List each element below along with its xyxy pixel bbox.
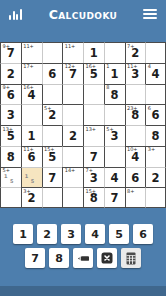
cell-r8c7[interactable]: 8+ bbox=[125, 187, 146, 208]
cell-r3c5[interactable] bbox=[83, 84, 104, 105]
pencil-icon bbox=[77, 252, 90, 265]
cage-clue: 13+ bbox=[86, 127, 97, 132]
cell-value: 7 bbox=[7, 48, 15, 60]
keypad-grid-icon bbox=[125, 252, 137, 265]
pencil-note: 5 bbox=[10, 179, 13, 184]
cell-value: 3 bbox=[131, 69, 139, 81]
cell-value: 5 bbox=[90, 69, 98, 81]
cell-r4c3[interactable]: 5+2 bbox=[42, 104, 63, 125]
cell-r2c3[interactable]: 6 bbox=[42, 63, 63, 84]
cell-value: 1 bbox=[111, 69, 119, 81]
cell-r5c8[interactable]: 8 bbox=[145, 125, 166, 146]
cell-r5c3[interactable] bbox=[42, 125, 63, 146]
cage-clue: 17+ bbox=[23, 64, 34, 69]
cell-r3c4[interactable] bbox=[62, 84, 83, 105]
cage-clue: 4 bbox=[148, 64, 151, 69]
cell-r2c2[interactable]: 17+ bbox=[21, 63, 42, 84]
cell-r7c6[interactable]: 4 bbox=[104, 167, 125, 188]
cell-value: 8 bbox=[111, 90, 119, 102]
numpad-button-1[interactable]: 1 bbox=[13, 224, 33, 244]
cell-value: 8 bbox=[131, 110, 139, 122]
cell-value: 2 bbox=[152, 173, 160, 185]
cell-r1c3[interactable] bbox=[42, 42, 63, 63]
numpad: 1 2 3 4 5 6 7 8 bbox=[0, 224, 166, 268]
cage-clue: 10+ bbox=[127, 147, 138, 152]
cell-r5c2[interactable]: 1 bbox=[21, 125, 42, 146]
numpad-button-7[interactable]: 7 bbox=[25, 248, 45, 268]
cell-value: 8 bbox=[7, 152, 15, 164]
cage-clue: 12+ bbox=[65, 64, 76, 69]
cage-clue: 11+ bbox=[65, 44, 76, 49]
cell-value: 4 bbox=[28, 90, 36, 102]
cell-r6c8[interactable]: 3+ bbox=[145, 146, 166, 167]
pencil-note: 1 bbox=[25, 174, 28, 179]
cell-r4c7[interactable]: 23+8 bbox=[125, 104, 146, 125]
cell-value: 8 bbox=[90, 193, 98, 205]
bottom-bar bbox=[0, 286, 166, 296]
cage-clue: 3+ bbox=[23, 189, 30, 194]
pencil-note: 5 bbox=[31, 179, 34, 184]
cage-clue: 16+ bbox=[86, 64, 97, 69]
cell-r7c4[interactable]: 14+ bbox=[62, 167, 83, 188]
cell-value: 7 bbox=[111, 193, 119, 205]
cell-r7c8[interactable]: 2 bbox=[145, 167, 166, 188]
cell-r2c1[interactable]: 2 bbox=[0, 63, 21, 84]
header: Calcudoku bbox=[0, 0, 166, 28]
cell-r6c5[interactable]: 7 bbox=[83, 146, 104, 167]
cell-r4c2[interactable] bbox=[21, 104, 42, 125]
cell-r7c7[interactable]: 6 bbox=[125, 167, 146, 188]
cell-r8c1[interactable] bbox=[0, 187, 21, 208]
cell-r6c4[interactable] bbox=[62, 146, 83, 167]
cage-clue: 11+ bbox=[23, 147, 34, 152]
cell-value: 3 bbox=[7, 110, 15, 122]
cell-value: 1 bbox=[90, 48, 98, 60]
cell-value: 8 bbox=[152, 131, 160, 143]
cell-r1c8[interactable] bbox=[145, 42, 166, 63]
cage-clue: 5+ bbox=[106, 127, 113, 132]
numpad-button-5[interactable]: 5 bbox=[109, 224, 129, 244]
cell-r7c1[interactable]: 5+15 bbox=[0, 167, 21, 188]
cell-value: 7 bbox=[69, 69, 77, 81]
cell-r5c5[interactable]: 13+ bbox=[83, 125, 104, 146]
numpad-button-3[interactable]: 3 bbox=[61, 224, 81, 244]
cell-r1c7[interactable]: 7+2 bbox=[125, 42, 146, 63]
cell-r8c8[interactable] bbox=[145, 187, 166, 208]
cell-value: 2 bbox=[28, 193, 36, 205]
cell-value: 6 bbox=[152, 110, 160, 122]
cell-r5c6[interactable]: 5+3 bbox=[104, 125, 125, 146]
cell-r8c4[interactable] bbox=[62, 187, 83, 208]
cell-r1c4[interactable]: 11+ bbox=[62, 42, 83, 63]
cell-r7c5[interactable]: 7+3 bbox=[83, 167, 104, 188]
cage-clue: 7+ bbox=[86, 168, 93, 173]
cell-r4c1[interactable]: 3 bbox=[0, 104, 21, 125]
cell-value: 6 bbox=[131, 173, 139, 185]
cell-r4c4[interactable] bbox=[62, 104, 83, 125]
cell-r2c4[interactable]: 12+7 bbox=[62, 63, 83, 84]
cell-value: 4 bbox=[131, 152, 139, 164]
numpad-row-2: 7 8 bbox=[25, 248, 141, 268]
cell-value: 3 bbox=[111, 131, 119, 143]
cell-r3c8[interactable] bbox=[145, 84, 166, 105]
keypad-toggle-button[interactable] bbox=[121, 248, 141, 268]
cell-value: 4 bbox=[111, 173, 119, 185]
cell-r3c2[interactable]: 16+4 bbox=[21, 84, 42, 105]
cell-value: 2 bbox=[48, 110, 56, 122]
cell-r7c3[interactable]: 7 bbox=[42, 167, 63, 188]
numpad-row-1: 1 2 3 4 5 6 bbox=[13, 224, 153, 244]
cell-r7c2[interactable]: 15 bbox=[21, 167, 42, 188]
cell-r2c5[interactable]: 16+5 bbox=[83, 63, 104, 84]
cell-value: 6 bbox=[28, 152, 36, 164]
cage-clue: 23+ bbox=[127, 106, 138, 111]
cage-clue: 9+ bbox=[3, 44, 10, 49]
cell-value: 6 bbox=[7, 90, 15, 102]
cell-value: 2 bbox=[7, 69, 15, 81]
board: 9+711+11+17+2217+612+716+51111+3449+616+… bbox=[0, 42, 166, 208]
cell-value: 1 bbox=[28, 131, 36, 143]
cage-clue: 6 bbox=[148, 106, 151, 111]
numpad-button-4[interactable]: 4 bbox=[85, 224, 105, 244]
cage-clue: 1 bbox=[106, 64, 109, 69]
cage-clue: 14+ bbox=[65, 168, 76, 173]
cell-value: 2 bbox=[131, 48, 139, 60]
cell-value: 2 bbox=[69, 131, 77, 143]
cage-clue: 8+ bbox=[127, 189, 134, 194]
cell-r6c3[interactable]: 15+5 bbox=[42, 146, 63, 167]
stats-bars-icon[interactable] bbox=[9, 8, 22, 20]
cell-r3c6[interactable]: 88 bbox=[104, 84, 125, 105]
app-screen: Calcudoku 9+711+11+17+2217+612+716+51111… bbox=[0, 0, 166, 296]
cell-value: 6 bbox=[48, 69, 56, 81]
numpad-button-2[interactable]: 2 bbox=[37, 224, 57, 244]
cell-r3c7[interactable] bbox=[125, 84, 146, 105]
cage-clue: 11+ bbox=[127, 64, 138, 69]
cell-r8c5[interactable]: 15+8 bbox=[83, 187, 104, 208]
clear-icon bbox=[101, 252, 113, 264]
cell-r2c8[interactable]: 44 bbox=[145, 63, 166, 84]
cell-r6c7[interactable]: 10+4 bbox=[125, 146, 146, 167]
cage-clue: 5+ bbox=[44, 106, 51, 111]
cell-value: 7 bbox=[90, 152, 98, 164]
clear-button[interactable] bbox=[97, 248, 117, 268]
cage-clue: 16+ bbox=[23, 85, 34, 90]
cage-clue: 13+ bbox=[3, 127, 14, 132]
numpad-button-6[interactable]: 6 bbox=[133, 224, 153, 244]
cell-r3c3[interactable] bbox=[42, 84, 63, 105]
cell-value: 3 bbox=[90, 173, 98, 185]
cage-clue: 7+ bbox=[127, 44, 134, 49]
cell-r3c1[interactable]: 9+6 bbox=[0, 84, 21, 105]
cell-r5c1[interactable]: 13+5 bbox=[0, 125, 21, 146]
cell-r8c2[interactable]: 3+2 bbox=[21, 187, 42, 208]
cell-r5c4[interactable]: 2 bbox=[62, 125, 83, 146]
cell-r4c5[interactable] bbox=[83, 104, 104, 125]
cell-r8c6[interactable]: 7 bbox=[104, 187, 125, 208]
cage-clue: 11+ bbox=[23, 44, 34, 49]
cage-clue: 8 bbox=[106, 85, 109, 90]
cell-r6c2[interactable]: 11+6 bbox=[21, 146, 42, 167]
page-title: Calcudoku bbox=[49, 7, 118, 22]
cage-clue: 15+ bbox=[86, 189, 97, 194]
cell-r8c3[interactable] bbox=[42, 187, 63, 208]
cell-r2c7[interactable]: 11+3 bbox=[125, 63, 146, 84]
cell-r1c5[interactable]: 1 bbox=[83, 42, 104, 63]
cell-value: 5 bbox=[48, 152, 56, 164]
pencil-button[interactable] bbox=[73, 248, 93, 268]
cell-value: 4 bbox=[152, 69, 160, 81]
cell-r4c6[interactable] bbox=[104, 104, 125, 125]
cell-r1c1[interactable]: 9+7 bbox=[0, 42, 21, 63]
numpad-button-8[interactable]: 8 bbox=[49, 248, 69, 268]
cell-r6c6[interactable] bbox=[104, 146, 125, 167]
menu-icon[interactable] bbox=[143, 9, 157, 19]
cell-r1c2[interactable]: 11+ bbox=[21, 42, 42, 63]
cell-r5c7[interactable] bbox=[125, 125, 146, 146]
cage-clue: 15+ bbox=[44, 147, 55, 152]
cell-value: 7 bbox=[48, 173, 56, 185]
cell-r1c6[interactable] bbox=[104, 42, 125, 63]
cell-r6c1[interactable]: 8 bbox=[0, 146, 21, 167]
cell-r2c6[interactable]: 11 bbox=[104, 63, 125, 84]
cell-value: 5 bbox=[7, 131, 15, 143]
cage-clue: 3+ bbox=[148, 147, 155, 152]
cage-clue: 9+ bbox=[3, 85, 10, 90]
cell-r4c8[interactable]: 66 bbox=[145, 104, 166, 125]
pencil-note: 1 bbox=[4, 174, 7, 179]
